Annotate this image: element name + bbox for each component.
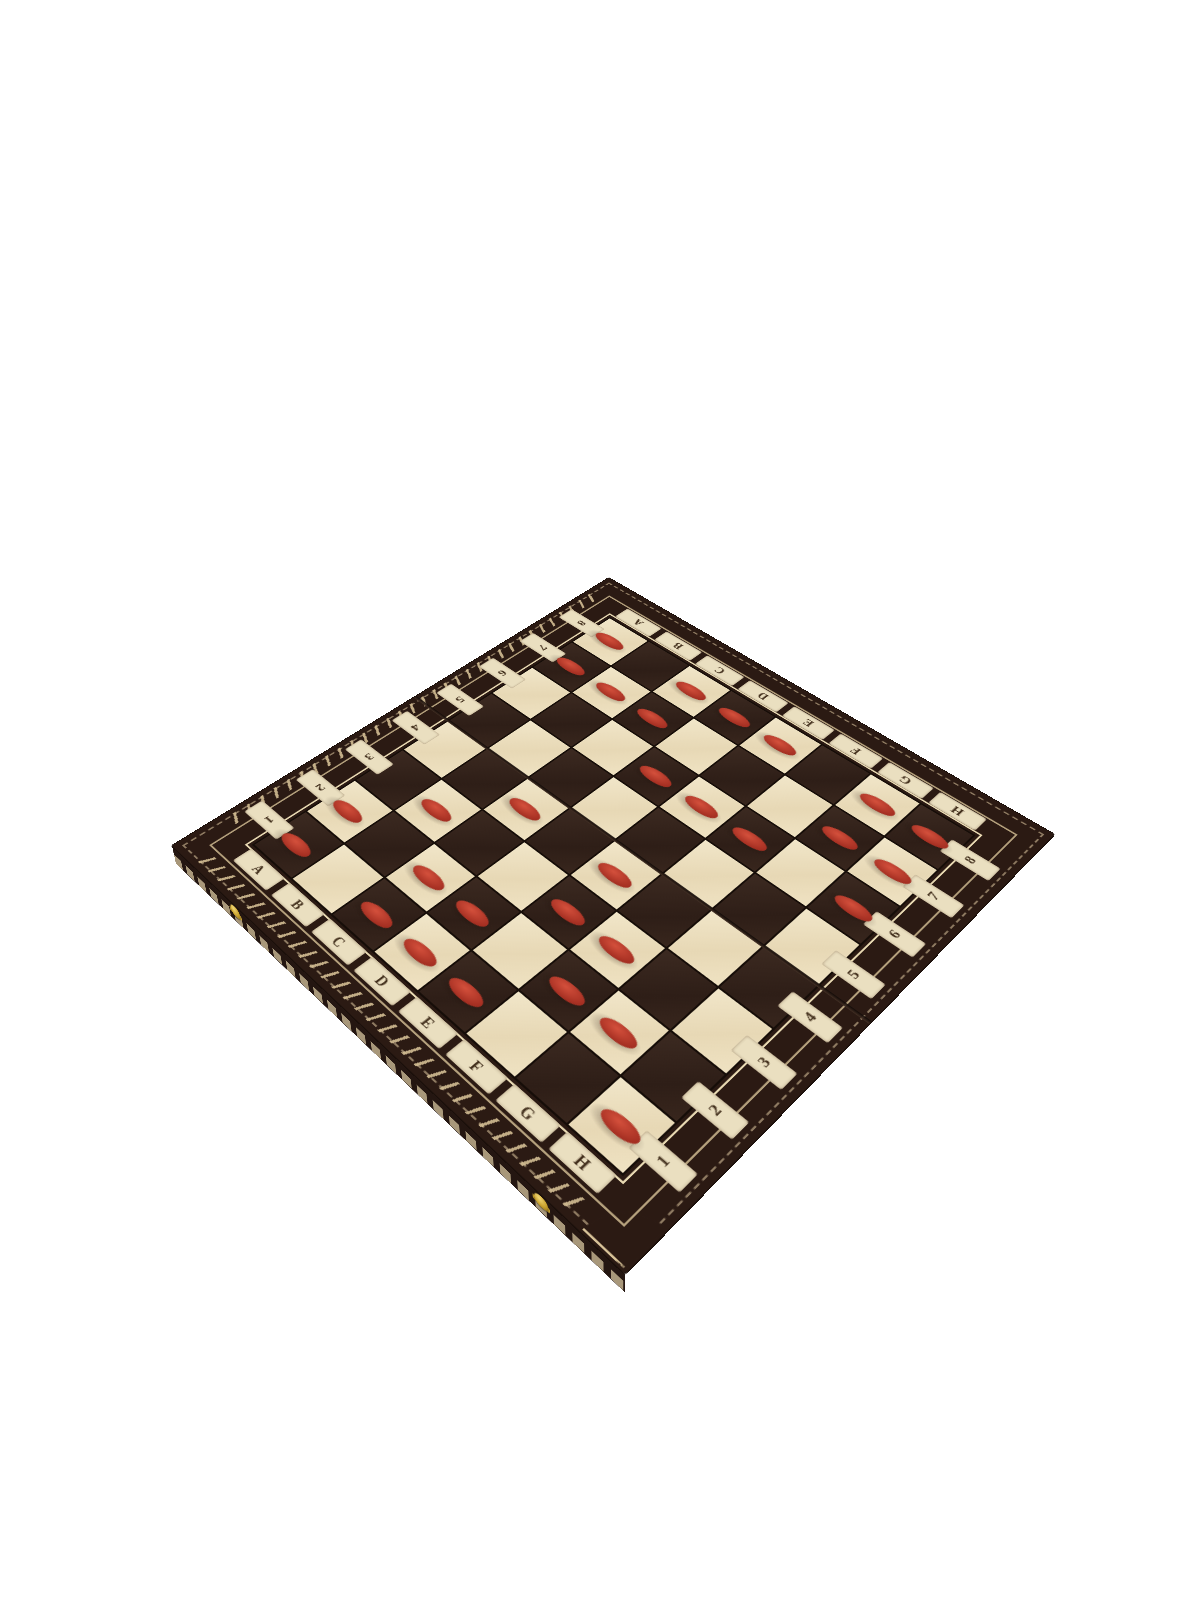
- board-surface: 1234567812345678ABCDEFGHABCDEFGH ♜♞♛♚♜♟♝…: [172, 578, 1054, 1274]
- product-photo: 1234567812345678ABCDEFGHABCDEFGH ♜♞♛♚♜♟♝…: [0, 0, 1200, 1600]
- white-rook-icon: ♜: [485, 917, 753, 1138]
- piece-black-pawn-h6: ♟: [807, 871, 902, 945]
- chessboard-scene: 1234567812345678ABCDEFGHABCDEFGH ♜♞♛♚♜♟♝…: [303, 520, 927, 1144]
- chess-board: 1234567812345678ABCDEFGHABCDEFGH ♜♞♛♚♜♟♝…: [172, 578, 1054, 1274]
- black-pawn-icon: ♟: [737, 794, 968, 918]
- piece-white-rook-h1: ♜: [567, 1077, 677, 1176]
